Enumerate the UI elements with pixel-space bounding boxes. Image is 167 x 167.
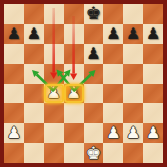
chess-diagram: ♚♟♟♟♟♟♟♟♟♟♟♟♟♚ xyxy=(0,0,167,167)
square-d5[interactable] xyxy=(64,64,84,84)
square-b8[interactable] xyxy=(24,4,44,24)
square-d3[interactable] xyxy=(64,103,84,123)
square-e1[interactable]: ♚ xyxy=(84,143,104,163)
square-e8[interactable]: ♚ xyxy=(84,4,104,24)
square-b2[interactable] xyxy=(24,123,44,143)
black-pawn[interactable]: ♟ xyxy=(123,24,143,44)
square-d7[interactable] xyxy=(64,24,84,44)
square-h1[interactable] xyxy=(143,143,163,163)
square-h8[interactable] xyxy=(143,4,163,24)
white-pawn[interactable]: ♟ xyxy=(103,123,123,143)
square-c8[interactable] xyxy=(44,4,64,24)
square-b1[interactable] xyxy=(24,143,44,163)
black-pawn[interactable]: ♟ xyxy=(103,24,123,44)
square-a8[interactable] xyxy=(4,4,24,24)
square-a5[interactable] xyxy=(4,64,24,84)
black-pawn[interactable]: ♟ xyxy=(4,24,24,44)
white-pawn[interactable]: ♟ xyxy=(44,84,64,104)
square-c2[interactable] xyxy=(44,123,64,143)
square-h4[interactable] xyxy=(143,84,163,104)
square-g6[interactable] xyxy=(123,44,143,64)
square-b4[interactable] xyxy=(24,84,44,104)
square-f6[interactable] xyxy=(103,44,123,64)
square-c4[interactable]: ♟ xyxy=(44,84,64,104)
square-h2[interactable]: ♟ xyxy=(143,123,163,143)
square-a6[interactable] xyxy=(4,44,24,64)
black-king[interactable]: ♚ xyxy=(84,4,104,24)
black-pawn[interactable]: ♟ xyxy=(143,24,163,44)
square-b6[interactable] xyxy=(24,44,44,64)
square-g8[interactable] xyxy=(123,4,143,24)
square-a3[interactable] xyxy=(4,103,24,123)
square-g2[interactable]: ♟ xyxy=(123,123,143,143)
square-g1[interactable] xyxy=(123,143,143,163)
white-pawn[interactable]: ♟ xyxy=(4,123,24,143)
square-a2[interactable]: ♟ xyxy=(4,123,24,143)
square-h6[interactable] xyxy=(143,44,163,64)
square-g5[interactable] xyxy=(123,64,143,84)
white-pawn[interactable]: ♟ xyxy=(64,84,84,104)
white-king[interactable]: ♚ xyxy=(84,143,104,163)
square-e5[interactable] xyxy=(84,64,104,84)
square-f4[interactable] xyxy=(103,84,123,104)
square-e6[interactable]: ♟ xyxy=(84,44,104,64)
square-d6[interactable] xyxy=(64,44,84,64)
square-h7[interactable]: ♟ xyxy=(143,24,163,44)
square-f2[interactable]: ♟ xyxy=(103,123,123,143)
square-e3[interactable] xyxy=(84,103,104,123)
square-g7[interactable]: ♟ xyxy=(123,24,143,44)
square-a1[interactable] xyxy=(4,143,24,163)
square-f3[interactable] xyxy=(103,103,123,123)
chess-board: ♚♟♟♟♟♟♟♟♟♟♟♟♟♚ xyxy=(0,0,167,167)
square-c7[interactable] xyxy=(44,24,64,44)
square-b3[interactable] xyxy=(24,103,44,123)
square-f8[interactable] xyxy=(103,4,123,24)
square-a4[interactable] xyxy=(4,84,24,104)
square-g4[interactable] xyxy=(123,84,143,104)
square-c5[interactable] xyxy=(44,64,64,84)
square-e7[interactable] xyxy=(84,24,104,44)
white-pawn[interactable]: ♟ xyxy=(143,123,163,143)
square-d2[interactable] xyxy=(64,123,84,143)
black-pawn[interactable]: ♟ xyxy=(24,24,44,44)
square-c1[interactable] xyxy=(44,143,64,163)
square-d1[interactable] xyxy=(64,143,84,163)
square-a7[interactable]: ♟ xyxy=(4,24,24,44)
white-pawn[interactable]: ♟ xyxy=(123,123,143,143)
square-d4[interactable]: ♟ xyxy=(64,84,84,104)
square-f1[interactable] xyxy=(103,143,123,163)
square-e4[interactable] xyxy=(84,84,104,104)
square-b7[interactable]: ♟ xyxy=(24,24,44,44)
square-c6[interactable] xyxy=(44,44,64,64)
square-h3[interactable] xyxy=(143,103,163,123)
square-h5[interactable] xyxy=(143,64,163,84)
square-d8[interactable] xyxy=(64,4,84,24)
black-pawn[interactable]: ♟ xyxy=(84,44,104,64)
square-c3[interactable] xyxy=(44,103,64,123)
square-g3[interactable] xyxy=(123,103,143,123)
square-b5[interactable] xyxy=(24,64,44,84)
square-f5[interactable] xyxy=(103,64,123,84)
square-e2[interactable] xyxy=(84,123,104,143)
square-f7[interactable]: ♟ xyxy=(103,24,123,44)
